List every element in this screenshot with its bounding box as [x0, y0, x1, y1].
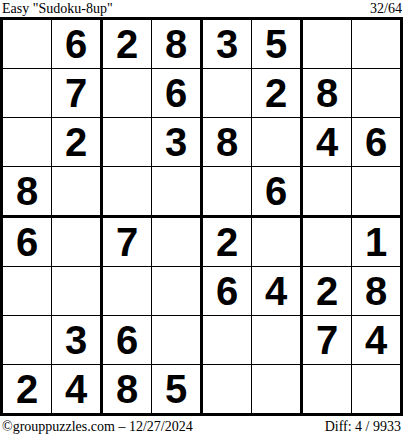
sudoku-cell-r7c6[interactable]: [252, 316, 303, 365]
sudoku-cell-r5c1: 6: [3, 218, 52, 267]
sudoku-cell-r1c1[interactable]: [3, 20, 52, 69]
sudoku-cell-r7c2: 3: [52, 316, 103, 365]
sudoku-cell-r8c7[interactable]: [303, 365, 352, 413]
sudoku-cell-r1c5: 3: [203, 20, 252, 69]
footer: ©grouppuzzles.com – 12/27/2024 Diff: 4 /…: [0, 416, 403, 437]
sudoku-cell-r3c7: 4: [303, 118, 352, 167]
sudoku-cell-r6c1[interactable]: [3, 267, 52, 316]
sudoku-cell-r5c4[interactable]: [152, 218, 203, 267]
sudoku-cell-r2c4: 6: [152, 69, 203, 118]
sudoku-cell-r2c3[interactable]: [103, 69, 152, 118]
sudoku-cell-r1c2: 6: [52, 20, 103, 69]
sudoku-cell-r2c5[interactable]: [203, 69, 252, 118]
sudoku-cell-r1c6: 5: [252, 20, 303, 69]
sudoku-cell-r3c2: 2: [52, 118, 103, 167]
sudoku-cell-r8c3: 8: [103, 365, 152, 413]
sudoku-cell-r4c5[interactable]: [203, 167, 252, 218]
sudoku-cell-r7c5[interactable]: [203, 316, 252, 365]
sudoku-cell-r5c7[interactable]: [303, 218, 352, 267]
sudoku-cell-r8c1: 2: [3, 365, 52, 413]
sudoku-cell-r6c7: 2: [303, 267, 352, 316]
sudoku-cell-r2c1[interactable]: [3, 69, 52, 118]
sudoku-cell-r6c4[interactable]: [152, 267, 203, 316]
sudoku-cell-r7c1[interactable]: [3, 316, 52, 365]
sudoku-cell-r4c1: 8: [3, 167, 52, 218]
sudoku-cell-r5c3: 7: [103, 218, 152, 267]
sudoku-cell-r7c4[interactable]: [152, 316, 203, 365]
sudoku-cell-r5c8: 1: [352, 218, 400, 267]
sudoku-cell-r7c8: 4: [352, 316, 400, 365]
sudoku-cell-r8c5[interactable]: [203, 365, 252, 413]
sudoku-cell-r8c4: 5: [152, 365, 203, 413]
sudoku-cell-r3c4: 3: [152, 118, 203, 167]
sudoku-cell-r6c6: 4: [252, 267, 303, 316]
sudoku-cell-r5c5: 2: [203, 218, 252, 267]
sudoku-cell-r1c7[interactable]: [303, 20, 352, 69]
sudoku-cell-r1c8[interactable]: [352, 20, 400, 69]
copyright-text: ©grouppuzzles.com – 12/27/2024: [2, 419, 193, 435]
sudoku-cell-r2c2: 7: [52, 69, 103, 118]
sudoku-cell-r6c5: 6: [203, 267, 252, 316]
sudoku-cell-r4c2[interactable]: [52, 167, 103, 218]
sudoku-cell-r2c7: 8: [303, 69, 352, 118]
sudoku-cell-r8c8[interactable]: [352, 365, 400, 413]
header: Easy "Sudoku-8up" 32/64: [0, 0, 403, 17]
sudoku-cell-r4c4[interactable]: [152, 167, 203, 218]
sudoku-cell-r3c6[interactable]: [252, 118, 303, 167]
sudoku-cell-r2c8[interactable]: [352, 69, 400, 118]
sudoku-cell-r7c7: 7: [303, 316, 352, 365]
sudoku-cell-r3c1[interactable]: [3, 118, 52, 167]
sudoku-cell-r4c8[interactable]: [352, 167, 400, 218]
sudoku-cell-r1c3: 2: [103, 20, 152, 69]
sudoku-cell-r3c3[interactable]: [103, 118, 152, 167]
sudoku-cell-r6c8: 8: [352, 267, 400, 316]
sudoku-cell-r1c4: 8: [152, 20, 203, 69]
sudoku-board: 62835762823846866721642836742485: [0, 17, 403, 416]
sudoku-cell-r4c3[interactable]: [103, 167, 152, 218]
sudoku-cell-r6c2[interactable]: [52, 267, 103, 316]
puzzle-title: Easy "Sudoku-8up": [2, 1, 113, 16]
sudoku-cell-r7c3: 6: [103, 316, 152, 365]
sudoku-cell-r5c6[interactable]: [252, 218, 303, 267]
sudoku-cell-r8c2: 4: [52, 365, 103, 413]
sudoku-cell-r4c6: 6: [252, 167, 303, 218]
difficulty-text: Diff: 4 / 9933: [325, 419, 401, 435]
sudoku-cell-r4c7[interactable]: [303, 167, 352, 218]
puzzle-page: Easy "Sudoku-8up" 32/64 6283576282384686…: [0, 0, 403, 437]
sudoku-cell-r8c6[interactable]: [252, 365, 303, 413]
sudoku-cell-r6c3[interactable]: [103, 267, 152, 316]
sudoku-cell-r3c8: 6: [352, 118, 400, 167]
sudoku-cell-r2c6: 2: [252, 69, 303, 118]
sudoku-cell-r5c2[interactable]: [52, 218, 103, 267]
puzzle-counter: 32/64: [370, 1, 402, 16]
sudoku-cell-r3c5: 8: [203, 118, 252, 167]
